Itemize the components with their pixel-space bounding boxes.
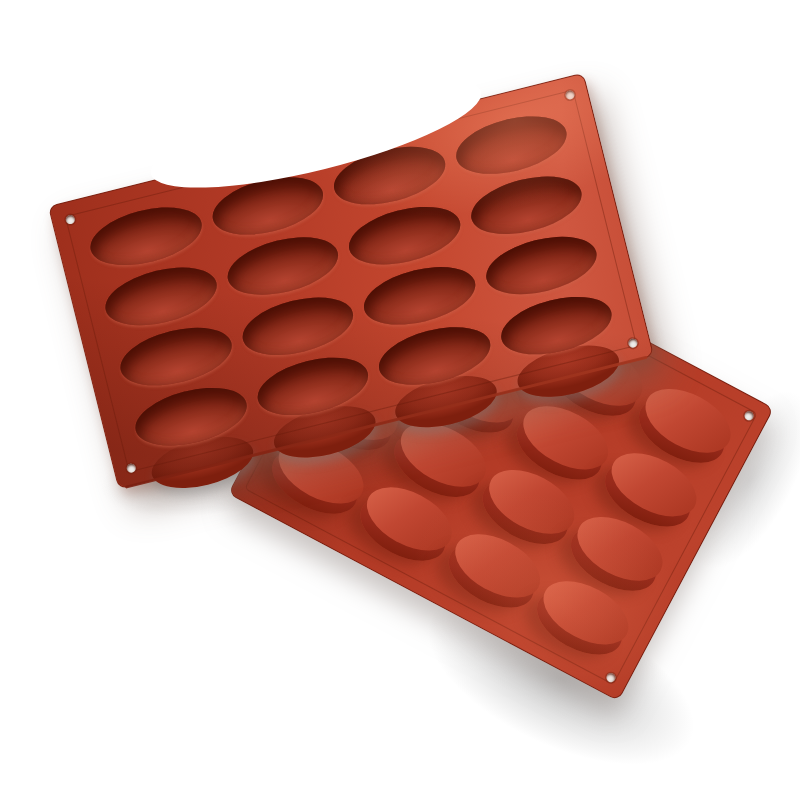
back-mold-corner-hole: [627, 338, 638, 349]
oval-cavity: [343, 197, 466, 275]
back-mold-corner-hole: [65, 214, 76, 225]
front-mold-corner-hole: [743, 410, 755, 422]
oval-cavity: [358, 257, 481, 335]
oval-cavity: [129, 378, 252, 456]
back-mold-corner-hole: [126, 463, 137, 474]
oval-cavity: [221, 227, 344, 305]
oval-cavity: [99, 258, 222, 336]
oval-cavity: [480, 227, 603, 305]
product-photo-scene: [0, 0, 800, 800]
back-mold-corner-hole: [565, 90, 576, 101]
oval-cavity: [373, 317, 496, 395]
oval-cavity: [236, 287, 359, 365]
oval-cavity: [465, 166, 588, 244]
oval-cavity: [84, 197, 207, 275]
oval-cavity: [251, 347, 374, 425]
front-mold-corner-hole: [605, 672, 617, 684]
oval-cavity: [328, 137, 451, 215]
oval-cavity: [450, 106, 573, 184]
oval-cavity: [114, 318, 237, 396]
oval-cavity: [495, 287, 618, 365]
oval-cavity: [206, 167, 329, 245]
